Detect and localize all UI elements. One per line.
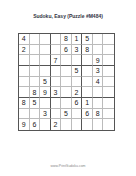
cell-r4c5 [61,66,72,77]
cell-r9c6 [72,119,83,130]
cell-r5c7 [82,77,93,88]
cell-r4c6: 5 [72,66,83,77]
footer-url: www.PrintSudoku.com [0,164,136,168]
cell-r5c4 [51,77,62,88]
cell-r7c2: 5 [30,98,41,109]
cell-r8c3: 3 [40,109,51,120]
cell-r2c7: 8 [82,45,93,56]
cell-r1c5: 8 [61,34,72,45]
cell-r3c8: 9 [93,55,104,66]
cell-r9c9 [103,119,114,130]
cell-r2c4 [51,45,62,56]
cell-r3c2 [30,55,41,66]
cell-r9c7 [82,119,93,130]
cell-r1c4 [51,34,62,45]
cell-r3c1 [19,55,30,66]
cell-r9c4: 2 [51,119,62,130]
cell-r7c7: 1 [82,98,93,109]
cell-r5c9 [103,77,114,88]
cell-r4c3 [40,66,51,77]
cell-r2c8 [93,45,104,56]
cell-r1c9 [103,34,114,45]
cell-r6c1 [19,87,30,98]
cell-r6c9 [103,87,114,98]
cell-r5c6 [72,77,83,88]
cell-r4c2 [30,66,41,77]
cell-r6c8 [93,87,104,98]
cell-r2c1: 2 [19,45,30,56]
cell-r2c6: 3 [72,45,83,56]
cell-r3c5 [61,55,72,66]
cell-r3c6 [72,55,83,66]
cell-r1c6: 1 [72,34,83,45]
cell-r9c3 [40,119,51,130]
cell-r7c5 [61,98,72,109]
cell-r3c9 [103,55,114,66]
cell-r2c3 [40,45,51,56]
cell-r7c1: 8 [19,98,30,109]
cell-r8c7: 6 [82,109,93,120]
cell-r3c7 [82,55,93,66]
cell-r1c2 [30,34,41,45]
cell-r7c3 [40,98,51,109]
cell-r1c1: 4 [19,34,30,45]
cell-r8c8: 8 [93,109,104,120]
cell-r9c1: 9 [19,119,30,130]
cell-r6c5 [61,87,72,98]
cell-r2c9 [103,45,114,56]
cell-r9c2: 6 [30,119,41,130]
cell-r7c9 [103,98,114,109]
cell-r8c2 [30,109,41,120]
cell-r3c4: 7 [51,55,62,66]
cell-r7c4 [51,98,62,109]
cell-r1c8 [93,34,104,45]
cell-r4c1 [19,66,30,77]
cell-r9c5 [61,119,72,130]
cell-r7c6: 6 [72,98,83,109]
cell-r4c9 [103,66,114,77]
cell-r8c9 [103,109,114,120]
cell-r3c3 [40,55,51,66]
cell-r2c2 [30,45,41,56]
cell-r6c4: 3 [51,87,62,98]
cell-r6c3: 9 [40,87,51,98]
page-title: Sudoku, Easy (Puzzle #M484) [0,13,136,19]
cell-r4c4 [51,66,62,77]
cell-r6c2: 8 [30,87,41,98]
cell-r8c5: 5 [61,109,72,120]
sudoku-board: 48152638795354893285613568962 [18,33,115,131]
cell-r4c7 [82,66,93,77]
cell-r6c6: 2 [72,87,83,98]
cell-r5c8: 4 [93,77,104,88]
cell-r2c5: 6 [61,45,72,56]
cell-r1c7: 5 [82,34,93,45]
cell-r8c1 [19,109,30,120]
cell-r8c4 [51,109,62,120]
cell-r1c3 [40,34,51,45]
cell-r5c5 [61,77,72,88]
cell-r6c7 [82,87,93,98]
cell-r8c6 [72,109,83,120]
cell-r5c3: 5 [40,77,51,88]
cell-r7c8 [93,98,104,109]
cell-r4c8: 3 [93,66,104,77]
cell-r9c8 [93,119,104,130]
cell-r5c2 [30,77,41,88]
cell-r5c1 [19,77,30,88]
